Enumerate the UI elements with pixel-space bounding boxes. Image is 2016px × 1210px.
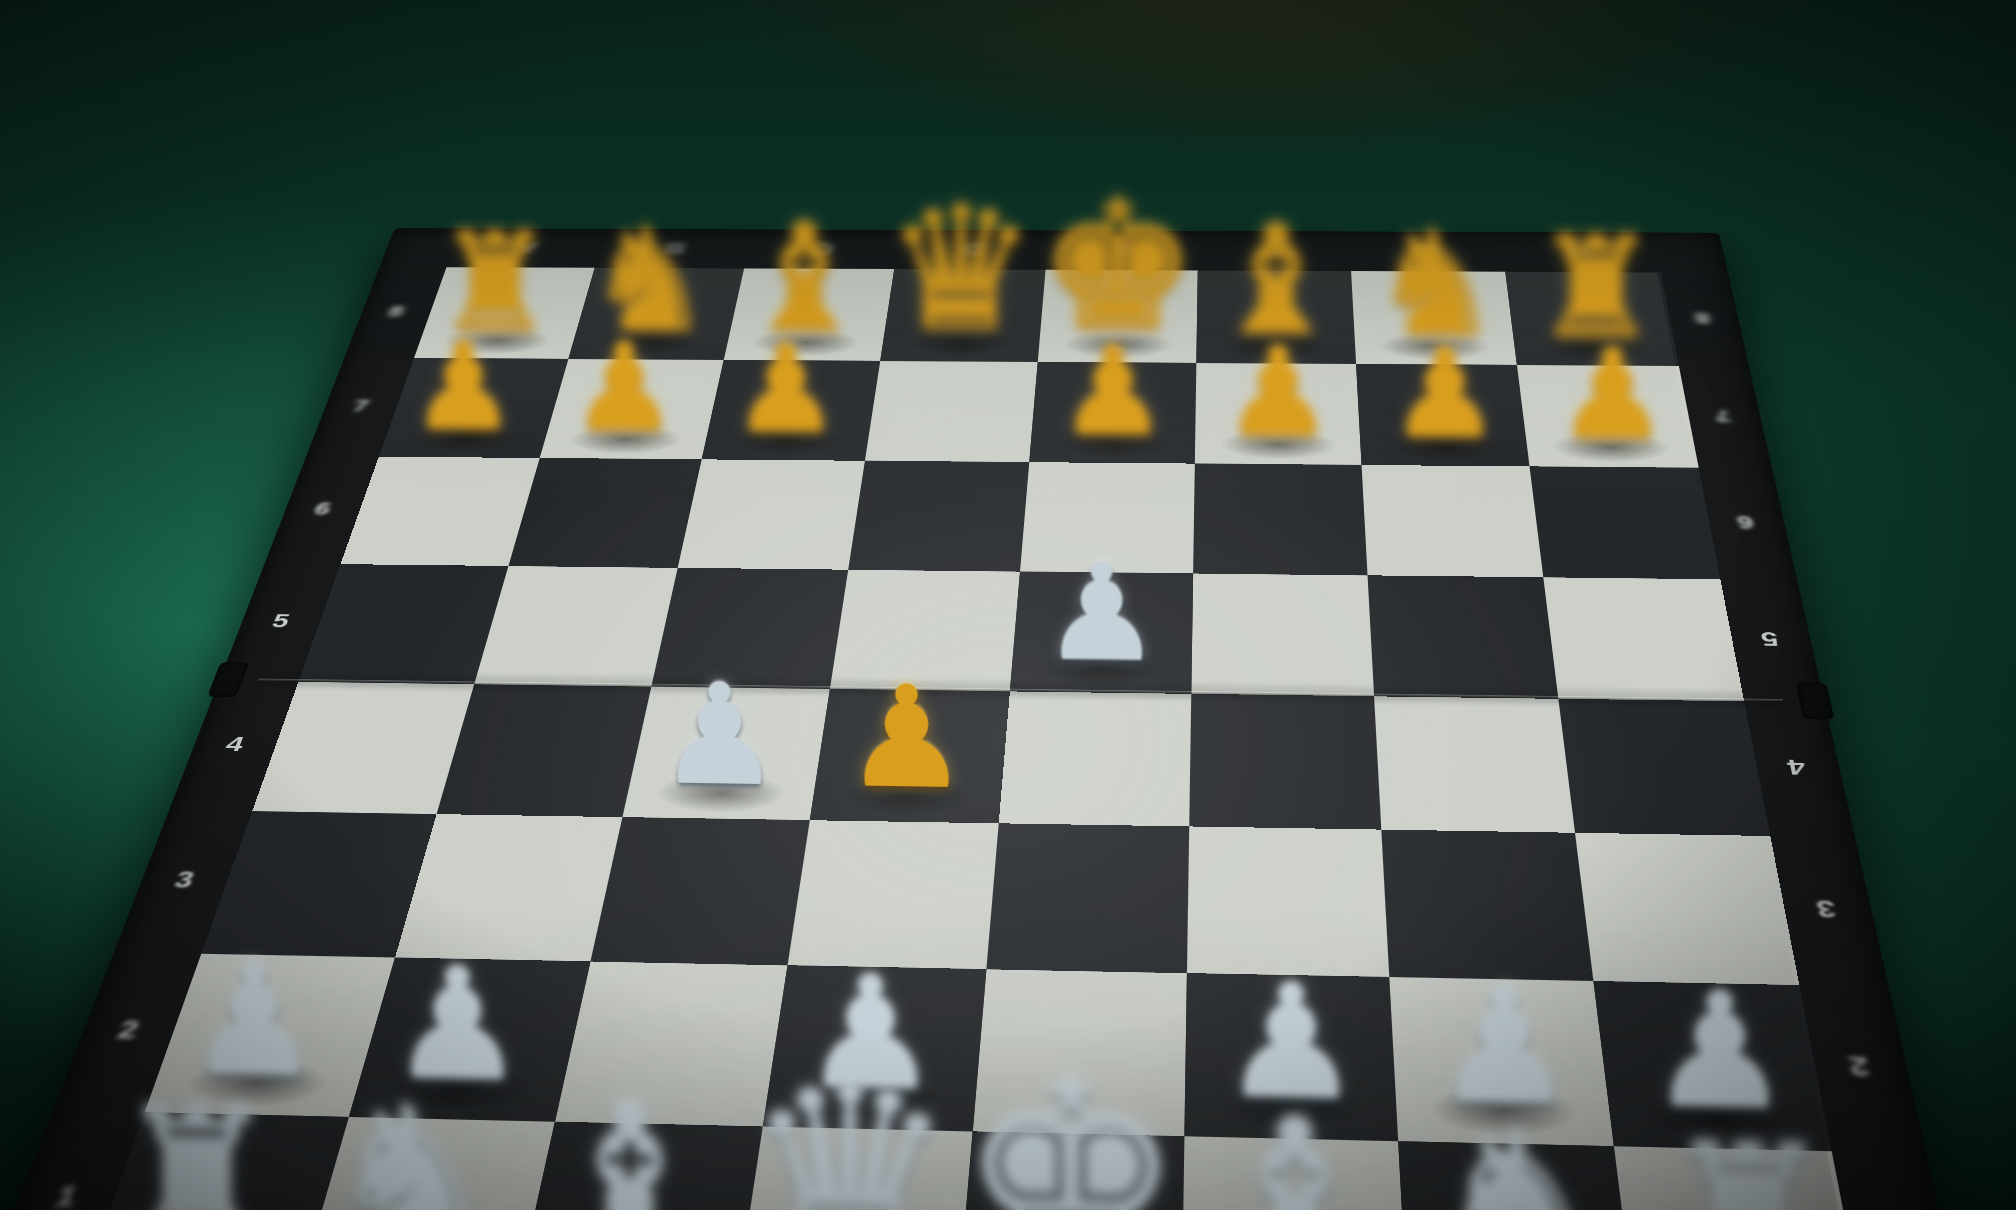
square-g3 [1381,829,1593,980]
square-d1: ♛ [735,1126,972,1210]
square-g8: ♞ [1351,271,1517,365]
square-d3 [788,820,999,969]
square-f6 [1193,463,1367,575]
square-b5 [474,566,677,687]
piece-shadow [176,1057,337,1110]
piece-shadow [746,328,863,357]
square-d6 [848,460,1029,571]
square-f3 [1187,826,1389,977]
square-h6 [1530,466,1721,579]
square-h5 [1543,577,1744,701]
square-h2: ♟ [1593,981,1831,1151]
piece-shadow [650,771,791,814]
square-c6 [678,459,865,569]
hinge-left-icon [207,661,249,697]
piece-shadow [1636,1088,1799,1143]
rank-label-right-3: 3 [1777,893,1874,923]
piece-shadow [1036,649,1167,688]
piece-shadow [563,423,687,454]
rank-label-right-5: 5 [1726,626,1813,650]
square-a7: ♟ [379,358,569,458]
square-d7 [865,361,1038,462]
piece-shadow [1060,330,1175,359]
piece-shadow [1535,332,1655,361]
piece-shadow [591,327,709,356]
piece-shadow [837,774,977,817]
square-g7: ♟ [1356,364,1529,466]
coordinate-labels: 1122334455667788AABBCCDDEEFFGGHH [395,228,1719,233]
square-f2: ♟ [1184,973,1398,1141]
file-label-top-B: B [595,229,753,269]
square-f4 [1189,694,1381,830]
square-f7: ♟ [1195,363,1362,465]
square-c2 [555,961,788,1126]
square-c4: ♟ [622,686,829,820]
square-h3 [1575,832,1799,984]
square-g1: ♞ [1398,1141,1637,1210]
file-label-top-C: C [744,229,900,269]
square-e8: ♚ [1038,270,1198,363]
piece-shadow [1219,330,1334,359]
piece-shadow [1383,430,1506,462]
piece-shadow [437,326,556,355]
piece-shadow [1218,428,1338,460]
rank-label-left-6: 6 [282,498,364,519]
square-e3 [986,823,1189,973]
piece-shadow [379,1061,538,1114]
hinge-right-icon [1796,682,1835,719]
square-e1: ♚ [957,1131,1184,1210]
square-a8: ♜ [414,267,595,359]
square-h7: ♟ [1517,365,1699,468]
chess-board: ♜♞♝♛♚♝♞♜♟♟♟♟♟♟♟♟♟♟♟♟♟♟♟♟♜♞♝♛♚♝♞♜ 1122334… [0,228,1988,1210]
square-f1: ♝ [1182,1136,1409,1210]
square-d8: ♛ [880,269,1045,362]
piece-shadow [903,329,1019,358]
square-b3 [395,814,622,961]
scene: ♜♞♝♛♚♝♞♜♟♟♟♟♟♟♟♟♟♟♟♟♟♟♟♟♜♞♝♛♚♝♞♜ 1122334… [0,0,2016,1210]
file-label-top-G: G [1349,231,1505,271]
file-label-top-H: H [1500,232,1660,272]
square-g5 [1368,575,1559,698]
piece-shadow [1548,431,1674,463]
rank-label-left-7: 7 [322,396,400,415]
piece-shadow [403,422,528,453]
piece-shadow [1053,427,1173,459]
square-c1: ♝ [515,1121,763,1210]
rank-label-left-1: 1 [14,1178,121,1210]
square-e7: ♟ [1029,362,1196,464]
file-label-top-E: E [1046,230,1199,270]
square-a6 [340,456,539,565]
square-e5: ♟ [1010,571,1193,693]
square-g6 [1362,465,1544,577]
rank-label-right-4: 4 [1750,753,1842,780]
file-label-top-A: A [446,228,606,267]
piece-shadow [793,1070,948,1124]
rank-label-right-7: 7 [1683,405,1762,425]
square-g2: ♟ [1389,977,1614,1146]
rank-label-left-2: 2 [79,1013,180,1045]
square-f8: ♝ [1196,270,1356,364]
square-g4 [1374,696,1575,832]
square-a1: ♜ [82,1112,349,1210]
rank-label-left-8: 8 [359,302,434,319]
square-b6 [508,458,701,568]
file-label-top-D: D [894,230,1049,270]
square-c3 [590,817,809,965]
rank-label-left-3: 3 [137,865,232,893]
rank-label-left-5: 5 [238,609,324,632]
file-label-top-F: F [1198,231,1351,271]
piece-shadow [725,425,847,457]
square-d2: ♟ [763,965,987,1131]
square-c8: ♝ [724,268,895,360]
square-c5 [651,568,848,689]
square-c7: ♟ [702,360,880,461]
piece-shadow [1214,1079,1368,1133]
square-f5 [1191,573,1374,696]
piece-silver-pawn-b2: ♟ [388,950,525,1100]
rank-label-right-8: 8 [1664,309,1740,327]
square-h8: ♜ [1505,271,1679,365]
square-d5 [830,569,1020,691]
rank-label-left-4: 4 [190,731,280,756]
square-b8: ♞ [568,268,744,360]
square-h4 [1558,699,1770,836]
square-h1: ♜ [1614,1146,1868,1210]
square-b4 [437,684,652,817]
square-a4 [252,681,474,813]
rank-label-right-6: 6 [1703,511,1786,533]
square-e6 [1020,462,1195,573]
square-b7: ♟ [540,359,724,459]
square-a5 [298,564,508,684]
piece-shadow [1376,331,1493,360]
rank-label-right-2: 2 [1807,1049,1910,1082]
piece-shadow [1425,1084,1583,1139]
chess-photo: ♜♞♝♛♚♝♞♜♟♟♟♟♟♟♟♟♟♟♟♟♟♟♟♟♜♞♝♛♚♝♞♜ 1122334… [0,0,2016,1210]
square-d4: ♟ [810,689,1010,823]
square-e4 [999,691,1192,826]
board-frame: ♜♞♝♛♚♝♞♜♟♟♟♟♟♟♟♟♟♟♟♟♟♟♟♟♜♞♝♛♚♝♞♜ 1122334… [0,228,1988,1210]
square-e2 [973,969,1187,1136]
